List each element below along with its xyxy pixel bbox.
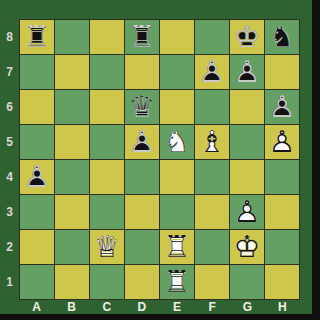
piece-black-pawn[interactable]: ♟♙ — [20, 160, 54, 194]
piece-black-pawn[interactable]: ♟♙ — [195, 55, 229, 89]
file-label-d: D — [124, 300, 159, 314]
square-g6[interactable] — [230, 90, 264, 124]
square-g8[interactable]: ♚♔ — [230, 20, 264, 54]
rank-labels: 87654321 — [0, 19, 19, 300]
black-pawn-outline: ♙ — [265, 90, 299, 124]
piece-black-knight[interactable]: ♞♘ — [265, 20, 299, 54]
square-a3[interactable] — [20, 195, 54, 229]
file-label-a: A — [19, 300, 54, 314]
black-pawn-outline: ♙ — [20, 160, 54, 194]
chess-board[interactable]: ♜♖♜♖♚♔♞♘♟♙♟♙♛♕♟♙♟♙♞♘♝♗♟♙♟♙♟♙♛♕♜♖♚♔♜♖ — [19, 19, 300, 300]
black-pawn-outline: ♙ — [195, 55, 229, 89]
square-d4[interactable] — [125, 160, 159, 194]
piece-black-pawn[interactable]: ♟♙ — [265, 90, 299, 124]
square-h7[interactable] — [265, 55, 299, 89]
black-knight-outline: ♘ — [265, 20, 299, 54]
square-c2[interactable]: ♛♕ — [90, 230, 124, 264]
square-d7[interactable] — [125, 55, 159, 89]
black-rook-outline: ♖ — [20, 20, 54, 54]
square-e5[interactable]: ♞♘ — [160, 125, 194, 159]
piece-white-king[interactable]: ♚♔ — [230, 230, 264, 264]
piece-white-pawn[interactable]: ♟♙ — [265, 125, 299, 159]
white-queen-outline: ♕ — [90, 230, 124, 264]
square-c6[interactable] — [90, 90, 124, 124]
white-pawn-outline: ♙ — [265, 125, 299, 159]
file-label-c: C — [89, 300, 124, 314]
white-king-outline: ♔ — [230, 230, 264, 264]
square-e6[interactable] — [160, 90, 194, 124]
square-b1[interactable] — [55, 265, 89, 299]
square-h1[interactable] — [265, 265, 299, 299]
square-a8[interactable]: ♜♖ — [20, 20, 54, 54]
rank-label-4: 4 — [0, 160, 19, 195]
piece-white-rook[interactable]: ♜♖ — [160, 230, 194, 264]
square-h3[interactable] — [265, 195, 299, 229]
file-label-f: F — [195, 300, 230, 314]
square-g4[interactable] — [230, 160, 264, 194]
square-g5[interactable] — [230, 125, 264, 159]
square-b3[interactable] — [55, 195, 89, 229]
square-h8[interactable]: ♞♘ — [265, 20, 299, 54]
square-f3[interactable] — [195, 195, 229, 229]
board-shadow-bottom-edge — [0, 314, 320, 320]
rank-label-8: 8 — [0, 19, 19, 54]
square-h6[interactable]: ♟♙ — [265, 90, 299, 124]
rank-label-7: 7 — [0, 54, 19, 89]
board-frame: 87654321 ♜♖♜♖♚♔♞♘♟♙♟♙♛♕♟♙♟♙♞♘♝♗♟♙♟♙♟♙♛♕♜… — [0, 0, 320, 320]
square-e8[interactable] — [160, 20, 194, 54]
square-a5[interactable] — [20, 125, 54, 159]
square-e2[interactable]: ♜♖ — [160, 230, 194, 264]
piece-black-rook[interactable]: ♜♖ — [125, 20, 159, 54]
square-a6[interactable] — [20, 90, 54, 124]
piece-white-bishop[interactable]: ♝♗ — [195, 125, 229, 159]
file-label-e: E — [160, 300, 195, 314]
square-h2[interactable] — [265, 230, 299, 264]
square-h5[interactable]: ♟♙ — [265, 125, 299, 159]
square-c4[interactable] — [90, 160, 124, 194]
square-g2[interactable]: ♚♔ — [230, 230, 264, 264]
piece-black-pawn[interactable]: ♟♙ — [125, 125, 159, 159]
rank-label-1: 1 — [0, 265, 19, 300]
square-b8[interactable] — [55, 20, 89, 54]
square-c5[interactable] — [90, 125, 124, 159]
square-b7[interactable] — [55, 55, 89, 89]
file-labels: ABCDEFGH — [19, 300, 300, 314]
white-pawn-outline: ♙ — [230, 195, 264, 229]
square-f7[interactable]: ♟♙ — [195, 55, 229, 89]
square-c1[interactable] — [90, 265, 124, 299]
black-queen-outline: ♕ — [125, 90, 159, 124]
square-a2[interactable] — [20, 230, 54, 264]
white-rook-outline: ♖ — [160, 230, 194, 264]
square-e4[interactable] — [160, 160, 194, 194]
piece-black-queen[interactable]: ♛♕ — [125, 90, 159, 124]
black-pawn-outline: ♙ — [125, 125, 159, 159]
rank-label-3: 3 — [0, 195, 19, 230]
square-c8[interactable] — [90, 20, 124, 54]
piece-black-king[interactable]: ♚♔ — [230, 20, 264, 54]
rank-label-2: 2 — [0, 230, 19, 265]
square-d8[interactable]: ♜♖ — [125, 20, 159, 54]
file-label-g: G — [230, 300, 265, 314]
square-b6[interactable] — [55, 90, 89, 124]
square-f1[interactable] — [195, 265, 229, 299]
square-b5[interactable] — [55, 125, 89, 159]
square-d1[interactable] — [125, 265, 159, 299]
square-c3[interactable] — [90, 195, 124, 229]
square-c7[interactable] — [90, 55, 124, 89]
white-bishop-outline: ♗ — [195, 125, 229, 159]
square-b4[interactable] — [55, 160, 89, 194]
square-f8[interactable] — [195, 20, 229, 54]
square-e3[interactable] — [160, 195, 194, 229]
file-label-b: B — [54, 300, 89, 314]
square-d3[interactable] — [125, 195, 159, 229]
square-h4[interactable] — [265, 160, 299, 194]
square-d2[interactable] — [125, 230, 159, 264]
white-knight-outline: ♘ — [160, 125, 194, 159]
black-king-outline: ♔ — [230, 20, 264, 54]
square-g7[interactable]: ♟♙ — [230, 55, 264, 89]
square-e1[interactable]: ♜♖ — [160, 265, 194, 299]
square-f6[interactable] — [195, 90, 229, 124]
square-f5[interactable]: ♝♗ — [195, 125, 229, 159]
square-d6[interactable]: ♛♕ — [125, 90, 159, 124]
square-g1[interactable] — [230, 265, 264, 299]
black-pawn-outline: ♙ — [230, 55, 264, 89]
file-label-h: H — [265, 300, 300, 314]
white-rook-outline: ♖ — [160, 265, 194, 299]
square-b2[interactable] — [55, 230, 89, 264]
rank-label-6: 6 — [0, 89, 19, 124]
black-rook-outline: ♖ — [125, 20, 159, 54]
rank-label-5: 5 — [0, 124, 19, 159]
square-f2[interactable] — [195, 230, 229, 264]
board-shadow-right-edge — [312, 0, 320, 320]
piece-white-pawn[interactable]: ♟♙ — [230, 195, 264, 229]
piece-white-queen[interactable]: ♛♕ — [90, 230, 124, 264]
square-f4[interactable] — [195, 160, 229, 194]
square-a7[interactable] — [20, 55, 54, 89]
piece-black-rook[interactable]: ♜♖ — [20, 20, 54, 54]
square-e7[interactable] — [160, 55, 194, 89]
piece-white-knight[interactable]: ♞♘ — [160, 125, 194, 159]
square-a1[interactable] — [20, 265, 54, 299]
piece-white-rook[interactable]: ♜♖ — [160, 265, 194, 299]
piece-black-pawn[interactable]: ♟♙ — [230, 55, 264, 89]
square-d5[interactable]: ♟♙ — [125, 125, 159, 159]
square-g3[interactable]: ♟♙ — [230, 195, 264, 229]
square-a4[interactable]: ♟♙ — [20, 160, 54, 194]
